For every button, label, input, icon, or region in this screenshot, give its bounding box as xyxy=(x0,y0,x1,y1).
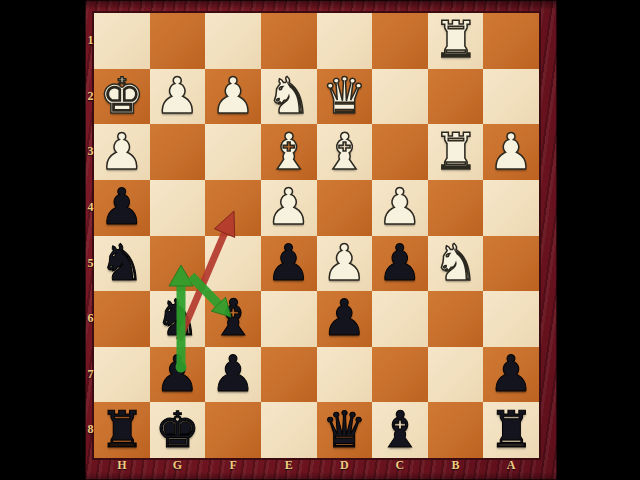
file-label-E: E xyxy=(261,458,317,474)
square-d1[interactable] xyxy=(317,13,373,69)
square-h1[interactable] xyxy=(94,13,150,69)
square-c5[interactable]: ♟ xyxy=(372,236,428,292)
square-e4[interactable]: ♟ xyxy=(261,180,317,236)
file-label-C: C xyxy=(372,458,428,474)
square-g7[interactable]: ♟ xyxy=(150,347,206,403)
rank-label-1: 1 xyxy=(85,13,96,69)
square-f6[interactable]: ♝ xyxy=(205,291,261,347)
piece-black-pawn-h4[interactable]: ♟ xyxy=(99,180,144,235)
square-f3[interactable] xyxy=(205,124,261,180)
square-f4[interactable] xyxy=(205,180,261,236)
square-f5[interactable] xyxy=(205,236,261,292)
square-c1[interactable] xyxy=(372,13,428,69)
piece-black-rook-h8[interactable]: ♜ xyxy=(99,403,144,458)
square-d3[interactable]: ♝ xyxy=(317,124,373,180)
square-a6[interactable] xyxy=(483,291,539,347)
piece-white-pawn-c4[interactable]: ♟ xyxy=(378,180,423,235)
square-d8[interactable]: ♛ xyxy=(317,402,373,458)
square-h4[interactable]: ♟ xyxy=(94,180,150,236)
square-b1[interactable]: ♜ xyxy=(428,13,484,69)
piece-white-knight-b5[interactable]: ♞ xyxy=(433,236,478,291)
rank-label-4: 4 xyxy=(85,180,96,236)
square-c2[interactable] xyxy=(372,69,428,125)
piece-white-rook-b3[interactable]: ♜ xyxy=(433,125,478,180)
square-g1[interactable] xyxy=(150,13,206,69)
piece-white-pawn-f2[interactable]: ♟ xyxy=(211,69,256,124)
rank-label-5: 5 xyxy=(85,236,96,292)
piece-white-queen-d2[interactable]: ♛ xyxy=(322,69,367,124)
square-b5[interactable]: ♞ xyxy=(428,236,484,292)
piece-white-bishop-e3[interactable]: ♝ xyxy=(266,125,311,180)
square-a1[interactable] xyxy=(483,13,539,69)
piece-black-knight-h5[interactable]: ♞ xyxy=(99,236,144,291)
piece-white-knight-e2[interactable]: ♞ xyxy=(266,69,311,124)
square-e1[interactable] xyxy=(261,13,317,69)
square-a7[interactable]: ♟ xyxy=(483,347,539,403)
square-g6[interactable]: ♞ xyxy=(150,291,206,347)
piece-black-pawn-e5[interactable]: ♟ xyxy=(266,236,311,291)
rank-label-7: 7 xyxy=(85,347,96,403)
square-c8[interactable]: ♝ xyxy=(372,402,428,458)
square-g3[interactable] xyxy=(150,124,206,180)
square-a8[interactable]: ♜ xyxy=(483,402,539,458)
square-a5[interactable] xyxy=(483,236,539,292)
square-e2[interactable]: ♞ xyxy=(261,69,317,125)
square-e8[interactable] xyxy=(261,402,317,458)
piece-white-king-h2[interactable]: ♚ xyxy=(99,69,144,124)
piece-white-pawn-d5[interactable]: ♟ xyxy=(322,236,367,291)
piece-black-bishop-c8[interactable]: ♝ xyxy=(378,403,423,458)
file-label-F: F xyxy=(205,458,261,474)
rank-label-3: 3 xyxy=(85,124,96,180)
piece-white-pawn-a3[interactable]: ♟ xyxy=(489,125,534,180)
square-e6[interactable] xyxy=(261,291,317,347)
square-b7[interactable] xyxy=(428,347,484,403)
square-c6[interactable] xyxy=(372,291,428,347)
square-c4[interactable]: ♟ xyxy=(372,180,428,236)
piece-black-pawn-a7[interactable]: ♟ xyxy=(489,347,534,402)
piece-black-pawn-f7[interactable]: ♟ xyxy=(211,347,256,402)
piece-white-bishop-d3[interactable]: ♝ xyxy=(322,125,367,180)
square-e7[interactable] xyxy=(261,347,317,403)
piece-black-pawn-d6[interactable]: ♟ xyxy=(322,291,367,346)
square-a3[interactable]: ♟ xyxy=(483,124,539,180)
board-frame: ♜♚♟♟♞♛♟♝♝♜♟♟♟♟♞♟♟♟♞♞♝♟♟♟♟♜♚♛♝♜ 12345678H… xyxy=(85,0,557,480)
piece-black-queen-d8[interactable]: ♛ xyxy=(322,403,367,458)
square-f2[interactable]: ♟ xyxy=(205,69,261,125)
chess-board: ♜♚♟♟♞♛♟♝♝♜♟♟♟♟♞♟♟♟♞♞♝♟♟♟♟♜♚♛♝♜ xyxy=(94,13,539,458)
rank-label-8: 8 xyxy=(85,402,96,458)
square-g8[interactable]: ♚ xyxy=(150,402,206,458)
piece-black-pawn-g7[interactable]: ♟ xyxy=(155,347,200,402)
square-g5[interactable] xyxy=(150,236,206,292)
square-d7[interactable] xyxy=(317,347,373,403)
square-b8[interactable] xyxy=(428,402,484,458)
piece-white-rook-b1[interactable]: ♜ xyxy=(433,13,478,68)
piece-white-pawn-h3[interactable]: ♟ xyxy=(99,125,144,180)
file-label-D: D xyxy=(317,458,373,474)
square-h2[interactable]: ♚ xyxy=(94,69,150,125)
piece-white-pawn-g2[interactable]: ♟ xyxy=(155,69,200,124)
piece-black-rook-a8[interactable]: ♜ xyxy=(489,403,534,458)
file-label-A: A xyxy=(483,458,539,474)
square-e3[interactable]: ♝ xyxy=(261,124,317,180)
video-background: ♜♚♟♟♞♛♟♝♝♜♟♟♟♟♞♟♟♟♞♞♝♟♟♟♟♜♚♛♝♜ 12345678H… xyxy=(0,0,640,480)
square-h7[interactable] xyxy=(94,347,150,403)
square-f7[interactable]: ♟ xyxy=(205,347,261,403)
square-f1[interactable] xyxy=(205,13,261,69)
square-d4[interactable] xyxy=(317,180,373,236)
square-h3[interactable]: ♟ xyxy=(94,124,150,180)
square-d2[interactable]: ♛ xyxy=(317,69,373,125)
square-h8[interactable]: ♜ xyxy=(94,402,150,458)
piece-black-king-g8[interactable]: ♚ xyxy=(155,403,200,458)
square-h6[interactable] xyxy=(94,291,150,347)
square-b3[interactable]: ♜ xyxy=(428,124,484,180)
piece-black-pawn-c5[interactable]: ♟ xyxy=(378,236,423,291)
square-a4[interactable] xyxy=(483,180,539,236)
square-g4[interactable] xyxy=(150,180,206,236)
square-b4[interactable] xyxy=(428,180,484,236)
rank-label-6: 6 xyxy=(85,291,96,347)
piece-white-pawn-e4[interactable]: ♟ xyxy=(266,180,311,235)
square-d5[interactable]: ♟ xyxy=(317,236,373,292)
square-c3[interactable] xyxy=(372,124,428,180)
rank-label-2: 2 xyxy=(85,69,96,125)
file-label-G: G xyxy=(150,458,206,474)
square-h5[interactable]: ♞ xyxy=(94,236,150,292)
piece-black-knight-g6[interactable]: ♞ xyxy=(155,291,200,346)
square-b6[interactable] xyxy=(428,291,484,347)
square-d6[interactable]: ♟ xyxy=(317,291,373,347)
square-b2[interactable] xyxy=(428,69,484,125)
square-f8[interactable] xyxy=(205,402,261,458)
file-label-H: H xyxy=(94,458,150,474)
square-a2[interactable] xyxy=(483,69,539,125)
square-g2[interactable]: ♟ xyxy=(150,69,206,125)
square-e5[interactable]: ♟ xyxy=(261,236,317,292)
square-c7[interactable] xyxy=(372,347,428,403)
piece-black-bishop-f6[interactable]: ♝ xyxy=(211,291,256,346)
file-label-B: B xyxy=(428,458,484,474)
